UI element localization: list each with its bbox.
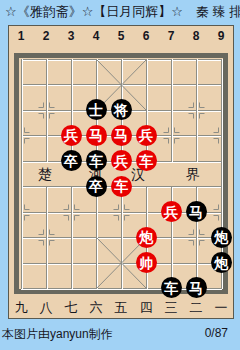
board[interactable]: 士将兵马马兵卒车兵车卒车兵马炮炮帅炮车马 [9,46,234,300]
piece-red-chariot[interactable]: 车 [136,150,157,171]
piece-red-chariot[interactable]: 车 [111,176,132,197]
piece-red-soldier[interactable]: 兵 [111,150,132,171]
piece-black-soldier[interactable]: 卒 [86,176,107,197]
file-label-bottom-四: 四 [134,299,159,317]
file-label-bottom-七: 七 [59,299,84,317]
piece-red-general[interactable]: 帅 [136,252,157,273]
file-label-bottom-五: 五 [109,299,134,317]
piece-black-soldier[interactable]: 卒 [61,150,82,171]
piece-black-general[interactable]: 将 [111,99,132,120]
credit-text: 本图片由yanyun制作 [2,326,113,343]
piece-red-cannon[interactable]: 炮 [136,227,157,248]
file-label-bottom-二: 二 [184,299,209,317]
file-label-bottom-八: 八 [34,299,59,317]
window-title-author: 秦 臻 排 [196,3,240,21]
file-label-bottom-一: 一 [209,299,234,317]
piece-red-horse[interactable]: 马 [111,125,132,146]
piece-red-horse[interactable]: 马 [86,125,107,146]
piece-red-soldier[interactable]: 兵 [161,201,182,222]
file-label-bottom-九: 九 [9,299,34,317]
status-bar: 本图片由yanyun制作 0/87 [2,326,228,343]
window-title: ☆《雅韵斋》☆【日月同辉】☆ [5,3,183,21]
file-label-bottom-六: 六 [84,299,109,317]
piece-black-cannon[interactable]: 炮 [211,227,232,248]
piece-red-soldier[interactable]: 兵 [136,125,157,146]
file-label-bottom-三: 三 [159,299,184,317]
file-labels-bottom: 九八七六五四三二一 [9,299,234,317]
piece-black-chariot[interactable]: 车 [86,150,107,171]
title-bar: ☆《雅韵斋》☆【日月同辉】☆ 秦 臻 排 [0,3,240,22]
piece-black-advisor[interactable]: 士 [86,99,107,120]
xiangqi-app-window: ☆《雅韵斋》☆【日月同辉】☆ 秦 臻 排 123456789 楚河汉界 士将兵马… [0,0,240,350]
piece-black-horse[interactable]: 马 [186,277,207,298]
piece-black-horse[interactable]: 马 [186,201,207,222]
piece-red-soldier[interactable]: 兵 [61,125,82,146]
piece-black-cannon[interactable]: 炮 [211,252,232,273]
piece-black-chariot[interactable]: 车 [161,277,182,298]
move-counter: 0/87 [205,326,228,343]
board-panel: 123456789 楚河汉界 士将兵马马兵卒车兵车卒车兵马炮炮帅炮车马 九八七六… [8,25,234,319]
